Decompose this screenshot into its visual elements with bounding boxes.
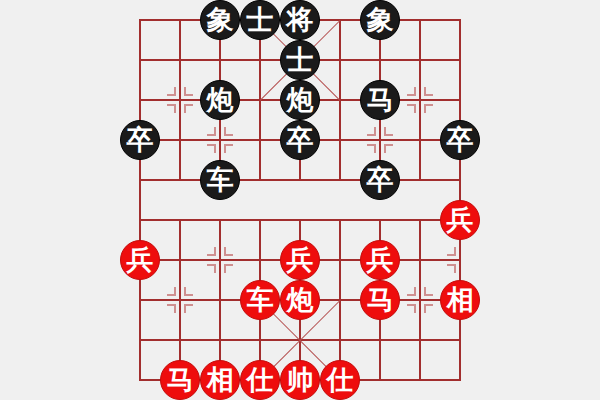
piece-black-chariot[interactable]: 车 (200, 160, 240, 200)
star-marker (424, 287, 433, 296)
grid-line-vertical (419, 19, 421, 181)
piece-red-chariot[interactable]: 车 (240, 280, 280, 320)
star-marker (407, 87, 416, 96)
star-marker (184, 104, 193, 113)
piece-red-horse[interactable]: 马 (160, 360, 200, 400)
piece-black-advisor[interactable]: 士 (280, 40, 320, 80)
star-marker (424, 104, 433, 113)
grid-line-vertical (259, 19, 261, 181)
star-marker (167, 304, 176, 313)
star-marker (407, 304, 416, 313)
grid-line-vertical (219, 219, 221, 381)
piece-black-elephant[interactable]: 象 (360, 0, 400, 40)
star-marker (424, 87, 433, 96)
piece-red-pawn[interactable]: 兵 (360, 240, 400, 280)
piece-red-cannon[interactable]: 炮 (280, 280, 320, 320)
star-marker (384, 127, 393, 136)
piece-black-cannon[interactable]: 炮 (200, 80, 240, 120)
star-marker (224, 247, 233, 256)
star-marker (207, 144, 216, 153)
star-marker (424, 304, 433, 313)
piece-black-pawn[interactable]: 卒 (280, 120, 320, 160)
grid-line-vertical (179, 19, 181, 181)
xiangqi-board[interactable]: 象士将象士炮炮马卒卒卒车卒兵兵兵兵车炮马相马相仕帅仕 (0, 0, 600, 400)
piece-red-advisor[interactable]: 仕 (240, 360, 280, 400)
piece-red-pawn[interactable]: 兵 (280, 240, 320, 280)
star-marker (207, 127, 216, 136)
grid-line-vertical (419, 219, 421, 381)
star-marker (184, 287, 193, 296)
grid-line-vertical (139, 19, 141, 381)
star-marker (184, 87, 193, 96)
piece-black-advisor[interactable]: 士 (240, 0, 280, 40)
star-marker (384, 144, 393, 153)
star-marker (207, 264, 216, 273)
grid-line-vertical (339, 19, 341, 181)
piece-red-advisor[interactable]: 仕 (320, 360, 360, 400)
star-marker (447, 247, 456, 256)
piece-red-general[interactable]: 帅 (280, 360, 320, 400)
piece-black-cannon[interactable]: 炮 (280, 80, 320, 120)
star-marker (184, 304, 193, 313)
star-marker (207, 247, 216, 256)
piece-black-elephant[interactable]: 象 (200, 0, 240, 40)
grid-line-vertical (339, 219, 341, 381)
star-marker (447, 264, 456, 273)
piece-black-pawn[interactable]: 卒 (440, 120, 480, 160)
star-marker (167, 104, 176, 113)
piece-red-elephant[interactable]: 相 (200, 360, 240, 400)
piece-black-pawn[interactable]: 卒 (360, 160, 400, 200)
star-marker (224, 144, 233, 153)
star-marker (224, 127, 233, 136)
star-marker (367, 127, 376, 136)
star-marker (367, 144, 376, 153)
star-marker (224, 264, 233, 273)
piece-red-elephant[interactable]: 相 (440, 280, 480, 320)
piece-black-horse[interactable]: 马 (360, 80, 400, 120)
star-marker (407, 104, 416, 113)
piece-red-horse[interactable]: 马 (360, 280, 400, 320)
piece-red-pawn[interactable]: 兵 (440, 200, 480, 240)
piece-black-pawn[interactable]: 卒 (120, 120, 160, 160)
grid-line-vertical (179, 219, 181, 381)
star-marker (167, 287, 176, 296)
piece-red-pawn[interactable]: 兵 (120, 240, 160, 280)
piece-black-general[interactable]: 将 (280, 0, 320, 40)
star-marker (407, 287, 416, 296)
star-marker (167, 87, 176, 96)
